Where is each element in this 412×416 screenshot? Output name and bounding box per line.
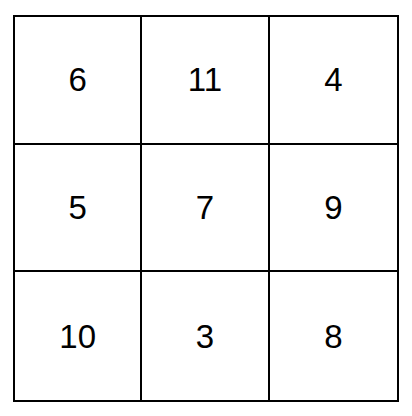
cell-r0c0: 6 xyxy=(15,17,142,145)
cell-r1c0: 5 xyxy=(15,145,142,273)
magic-square-page: 6 11 4 5 7 9 10 3 8 xyxy=(0,0,412,416)
cell-r1c1: 7 xyxy=(142,145,269,273)
cell-r2c2: 8 xyxy=(270,272,397,400)
cell-r2c0: 10 xyxy=(15,272,142,400)
cell-r0c2: 4 xyxy=(270,17,397,145)
cell-r0c1: 11 xyxy=(142,17,269,145)
cell-r2c1: 3 xyxy=(142,272,269,400)
magic-square-board: 6 11 4 5 7 9 10 3 8 xyxy=(13,15,399,402)
cell-r1c2: 9 xyxy=(270,145,397,273)
